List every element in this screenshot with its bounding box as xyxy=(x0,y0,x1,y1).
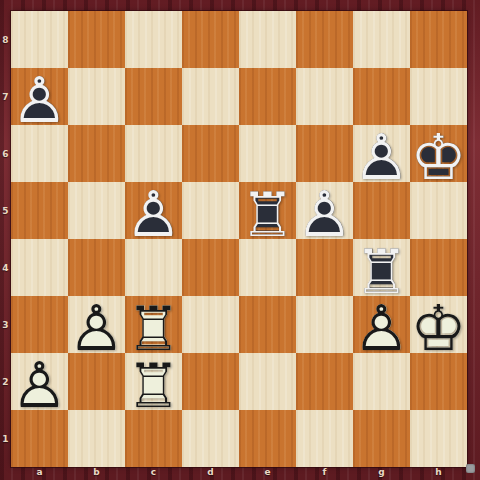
file-label-g: g xyxy=(378,466,384,479)
white-pawn-outline: ♙ xyxy=(11,357,68,414)
square-g4[interactable]: ♜♖ xyxy=(353,239,410,296)
black-pawn-glyph: ♟ xyxy=(296,186,353,243)
white-rook-outline: ♖ xyxy=(125,357,182,414)
black-pawn-outline: ♙ xyxy=(11,72,68,129)
file-label-b: b xyxy=(93,466,99,479)
square-a2[interactable]: ♟♙ xyxy=(11,353,68,410)
file-label-h: h xyxy=(435,466,441,479)
square-e2[interactable] xyxy=(239,353,296,410)
square-e5[interactable]: ♜♖ xyxy=(239,182,296,239)
white-rook-outline: ♖ xyxy=(125,300,182,357)
square-g1[interactable] xyxy=(353,410,410,467)
black-pawn-glyph: ♟ xyxy=(125,186,182,243)
rank-label-2: 2 xyxy=(1,377,10,387)
white-rook-piece[interactable]: ♜♖ xyxy=(125,353,182,410)
rank-label-7: 7 xyxy=(1,92,10,102)
white-pawn-outline: ♙ xyxy=(353,300,410,357)
square-f2[interactable] xyxy=(296,353,353,410)
white-pawn-piece[interactable]: ♟♙ xyxy=(68,296,125,353)
square-b6[interactable] xyxy=(68,125,125,182)
square-g6[interactable]: ♟♙ xyxy=(353,125,410,182)
square-c1[interactable] xyxy=(125,410,182,467)
square-e7[interactable] xyxy=(239,68,296,125)
square-f6[interactable] xyxy=(296,125,353,182)
file-label-a: a xyxy=(36,466,42,479)
square-f4[interactable] xyxy=(296,239,353,296)
rank-label-3: 3 xyxy=(1,320,10,330)
chess-board[interactable]: ♟♙♟♙♚♔♟♙♜♖♟♙♜♖♟♙♜♖♟♙♚♔♟♙♜♖ xyxy=(11,11,467,467)
square-f3[interactable] xyxy=(296,296,353,353)
square-b1[interactable] xyxy=(68,410,125,467)
rank-label-4: 4 xyxy=(1,263,10,273)
square-e3[interactable] xyxy=(239,296,296,353)
square-a5[interactable] xyxy=(11,182,68,239)
rank-label-6: 6 xyxy=(1,149,10,159)
black-pawn-outline: ♙ xyxy=(296,186,353,243)
square-d5[interactable] xyxy=(182,182,239,239)
white-pawn-glyph: ♟ xyxy=(11,357,68,414)
square-b4[interactable] xyxy=(68,239,125,296)
square-e6[interactable] xyxy=(239,125,296,182)
white-rook-piece[interactable]: ♜♖ xyxy=(125,296,182,353)
file-label-e: e xyxy=(264,466,270,479)
square-b3[interactable]: ♟♙ xyxy=(68,296,125,353)
square-c5[interactable]: ♟♙ xyxy=(125,182,182,239)
square-e1[interactable] xyxy=(239,410,296,467)
white-rook-glyph: ♜ xyxy=(125,300,182,357)
square-a6[interactable] xyxy=(11,125,68,182)
square-c6[interactable] xyxy=(125,125,182,182)
square-d1[interactable] xyxy=(182,410,239,467)
square-g3[interactable]: ♟♙ xyxy=(353,296,410,353)
square-c8[interactable] xyxy=(125,11,182,68)
white-pawn-piece[interactable]: ♟♙ xyxy=(353,296,410,353)
square-b8[interactable] xyxy=(68,11,125,68)
square-h3[interactable]: ♚♔ xyxy=(410,296,467,353)
square-a7[interactable]: ♟♙ xyxy=(11,68,68,125)
square-e8[interactable] xyxy=(239,11,296,68)
square-b5[interactable] xyxy=(68,182,125,239)
square-g8[interactable] xyxy=(353,11,410,68)
black-rook-outline: ♖ xyxy=(353,243,410,300)
white-king-glyph: ♚ xyxy=(410,300,467,357)
black-king-piece[interactable]: ♚♔ xyxy=(410,125,467,182)
board-frame: ♟♙♟♙♚♔♟♙♜♖♟♙♜♖♟♙♜♖♟♙♚♔♟♙♜♖ 87654321abcde… xyxy=(0,0,480,480)
white-rook-glyph: ♜ xyxy=(125,357,182,414)
rank-label-1: 1 xyxy=(1,434,10,444)
black-pawn-outline: ♙ xyxy=(353,129,410,186)
black-rook-glyph: ♜ xyxy=(239,186,296,243)
square-d2[interactable] xyxy=(182,353,239,410)
square-g2[interactable] xyxy=(353,353,410,410)
file-label-f: f xyxy=(323,466,327,479)
black-pawn-glyph: ♟ xyxy=(11,72,68,129)
black-pawn-piece[interactable]: ♟♙ xyxy=(11,68,68,125)
square-d6[interactable] xyxy=(182,125,239,182)
square-h7[interactable] xyxy=(410,68,467,125)
square-a4[interactable] xyxy=(11,239,68,296)
black-pawn-outline: ♙ xyxy=(125,186,182,243)
black-king-outline: ♔ xyxy=(410,129,467,186)
black-pawn-piece[interactable]: ♟♙ xyxy=(353,125,410,182)
square-h5[interactable] xyxy=(410,182,467,239)
square-h8[interactable] xyxy=(410,11,467,68)
rank-label-5: 5 xyxy=(1,206,10,216)
square-b2[interactable] xyxy=(68,353,125,410)
white-pawn-piece[interactable]: ♟♙ xyxy=(11,353,68,410)
square-g7[interactable] xyxy=(353,68,410,125)
square-c2[interactable]: ♜♖ xyxy=(125,353,182,410)
square-e4[interactable] xyxy=(239,239,296,296)
square-d4[interactable] xyxy=(182,239,239,296)
square-d3[interactable] xyxy=(182,296,239,353)
square-f1[interactable] xyxy=(296,410,353,467)
square-f8[interactable] xyxy=(296,11,353,68)
square-d7[interactable] xyxy=(182,68,239,125)
square-b7[interactable] xyxy=(68,68,125,125)
black-rook-piece[interactable]: ♜♖ xyxy=(353,239,410,296)
square-a3[interactable] xyxy=(11,296,68,353)
square-c7[interactable] xyxy=(125,68,182,125)
black-pawn-piece[interactable]: ♟♙ xyxy=(296,182,353,239)
rank-label-8: 8 xyxy=(1,35,10,45)
black-rook-outline: ♖ xyxy=(239,186,296,243)
black-rook-piece[interactable]: ♜♖ xyxy=(239,182,296,239)
square-c4[interactable] xyxy=(125,239,182,296)
file-label-c: c xyxy=(151,466,156,479)
square-h2[interactable] xyxy=(410,353,467,410)
black-king-glyph: ♚ xyxy=(410,129,467,186)
black-rook-glyph: ♜ xyxy=(353,243,410,300)
white-pawn-outline: ♙ xyxy=(68,300,125,357)
square-a1[interactable] xyxy=(11,410,68,467)
white-king-outline: ♔ xyxy=(410,300,467,357)
square-c3[interactable]: ♜♖ xyxy=(125,296,182,353)
square-a8[interactable] xyxy=(11,11,68,68)
black-pawn-glyph: ♟ xyxy=(353,129,410,186)
square-h6[interactable]: ♚♔ xyxy=(410,125,467,182)
file-label-d: d xyxy=(207,466,213,479)
square-h1[interactable] xyxy=(410,410,467,467)
white-pawn-glyph: ♟ xyxy=(353,300,410,357)
square-h4[interactable] xyxy=(410,239,467,296)
square-g5[interactable] xyxy=(353,182,410,239)
black-pawn-piece[interactable]: ♟♙ xyxy=(125,182,182,239)
square-f5[interactable]: ♟♙ xyxy=(296,182,353,239)
square-f7[interactable] xyxy=(296,68,353,125)
square-d8[interactable] xyxy=(182,11,239,68)
white-pawn-glyph: ♟ xyxy=(68,300,125,357)
white-king-piece[interactable]: ♚♔ xyxy=(410,296,467,353)
board-corner-button[interactable] xyxy=(466,464,475,473)
